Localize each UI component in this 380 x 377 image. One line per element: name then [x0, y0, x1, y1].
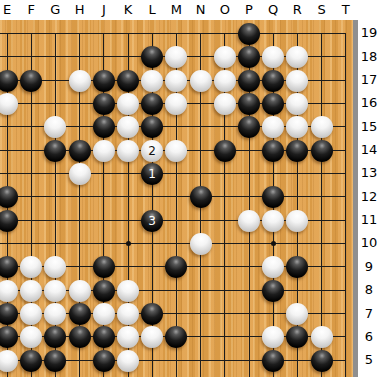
- stone-black-P15[interactable]: [238, 116, 260, 138]
- stone-black-J6[interactable]: [93, 326, 115, 348]
- stone-white-R15[interactable]: [286, 116, 308, 138]
- row-label-15: 15: [358, 119, 380, 134]
- stone-white-K6[interactable]: [117, 326, 139, 348]
- stone-white-Q6[interactable]: [262, 326, 284, 348]
- col-label-R: R: [293, 2, 302, 17]
- col-label-Q: Q: [268, 2, 278, 17]
- col-label-O: O: [220, 2, 230, 17]
- col-label-F: F: [27, 2, 34, 17]
- stone-black-S14[interactable]: [311, 140, 333, 162]
- stone-black-Q17[interactable]: [262, 70, 284, 92]
- stone-white-R11[interactable]: [286, 210, 308, 232]
- stone-black-J9[interactable]: [93, 256, 115, 278]
- stone-white-Q18[interactable]: [262, 46, 284, 68]
- stone-black-J5[interactable]: [93, 350, 115, 372]
- stone-white-J14[interactable]: [93, 140, 115, 162]
- stone-white-M17[interactable]: [165, 70, 187, 92]
- col-label-P: P: [245, 2, 253, 17]
- stone-black-E17[interactable]: [0, 70, 18, 92]
- row-label-8: 8: [358, 282, 380, 297]
- stone-black-N12[interactable]: [190, 186, 212, 208]
- stone-white-M18[interactable]: [165, 46, 187, 68]
- col-label-N: N: [196, 2, 206, 17]
- stone-white-L14[interactable]: 2: [141, 140, 163, 162]
- stone-white-N10[interactable]: [190, 233, 212, 255]
- stone-black-R14[interactable]: [286, 140, 308, 162]
- stone-black-E7[interactable]: [0, 303, 18, 325]
- grid-line-row-19: [0, 33, 346, 34]
- row-label-5: 5: [358, 352, 380, 367]
- stone-white-F8[interactable]: [20, 280, 42, 302]
- star-point-Q10: [271, 241, 276, 246]
- stone-black-G6[interactable]: [44, 326, 66, 348]
- stone-black-P17[interactable]: [238, 70, 260, 92]
- stone-black-S5[interactable]: [311, 350, 333, 372]
- stone-black-H14[interactable]: [69, 140, 91, 162]
- stone-white-E8[interactable]: [0, 280, 18, 302]
- stone-white-Q9[interactable]: [262, 256, 284, 278]
- stone-white-O18[interactable]: [214, 46, 236, 68]
- stone-black-F17[interactable]: [20, 70, 42, 92]
- col-label-J: J: [102, 2, 106, 17]
- grid-line-row-10: [0, 243, 346, 244]
- row-label-16: 16: [358, 95, 380, 110]
- stone-black-L13[interactable]: 1: [141, 163, 163, 185]
- stone-white-S15[interactable]: [311, 116, 333, 138]
- move-number-3: 3: [148, 215, 156, 227]
- stone-black-H6[interactable]: [69, 326, 91, 348]
- stone-white-Q15[interactable]: [262, 116, 284, 138]
- stone-black-R9[interactable]: [286, 256, 308, 278]
- stone-white-E16[interactable]: [0, 93, 18, 115]
- stone-black-G5[interactable]: [44, 350, 66, 372]
- stone-white-O17[interactable]: [214, 70, 236, 92]
- row-label-18: 18: [358, 49, 380, 64]
- star-point-K10: [126, 241, 131, 246]
- stone-white-G8[interactable]: [44, 280, 66, 302]
- stone-white-H8[interactable]: [69, 280, 91, 302]
- col-label-M: M: [171, 2, 182, 17]
- row-label-17: 17: [358, 72, 380, 87]
- stone-white-K15[interactable]: [117, 116, 139, 138]
- row-label-14: 14: [358, 142, 380, 157]
- stone-white-H17[interactable]: [69, 70, 91, 92]
- stone-white-N17[interactable]: [190, 70, 212, 92]
- row-label-7: 7: [358, 306, 380, 321]
- stone-black-K17[interactable]: [117, 70, 139, 92]
- stone-white-J7[interactable]: [93, 303, 115, 325]
- stone-black-M9[interactable]: [165, 256, 187, 278]
- col-label-K: K: [124, 2, 133, 17]
- stone-black-M6[interactable]: [165, 326, 187, 348]
- stone-white-M16[interactable]: [165, 93, 187, 115]
- stone-black-G14[interactable]: [44, 140, 66, 162]
- stone-white-H13[interactable]: [69, 163, 91, 185]
- stone-black-E9[interactable]: [0, 256, 18, 278]
- stone-black-L18[interactable]: [141, 46, 163, 68]
- stone-white-P11[interactable]: [238, 210, 260, 232]
- stone-white-L17[interactable]: [141, 70, 163, 92]
- stone-black-J16[interactable]: [93, 93, 115, 115]
- col-label-G: G: [50, 2, 60, 17]
- stone-white-G15[interactable]: [44, 116, 66, 138]
- stone-black-E11[interactable]: [0, 210, 18, 232]
- stone-black-J17[interactable]: [93, 70, 115, 92]
- stone-black-L7[interactable]: [141, 303, 163, 325]
- row-label-11: 11: [358, 212, 380, 227]
- stone-white-R16[interactable]: [286, 93, 308, 115]
- col-label-L: L: [149, 2, 156, 17]
- stone-black-O14[interactable]: [214, 140, 236, 162]
- grid-line-row-12: [0, 196, 346, 197]
- col-label-E: E: [3, 2, 11, 17]
- stone-black-Q14[interactable]: [262, 140, 284, 162]
- row-label-13: 13: [358, 165, 380, 180]
- row-label-12: 12: [358, 189, 380, 204]
- stone-black-J8[interactable]: [93, 280, 115, 302]
- stone-black-L15[interactable]: [141, 116, 163, 138]
- stone-white-F7[interactable]: [20, 303, 42, 325]
- move-number-1: 1: [148, 168, 156, 180]
- stone-black-Q12[interactable]: [262, 186, 284, 208]
- col-label-S: S: [317, 2, 325, 17]
- stone-white-E5[interactable]: [0, 350, 18, 372]
- grid-line-col-T: [345, 33, 346, 377]
- go-app-screen: 213 EFGHJKLMNOPQRST 19181716151413121110…: [0, 0, 380, 377]
- stone-white-K16[interactable]: [117, 93, 139, 115]
- stone-white-R17[interactable]: [286, 70, 308, 92]
- stone-black-P19[interactable]: [238, 23, 260, 45]
- stone-white-R18[interactable]: [286, 46, 308, 68]
- stone-black-Q16[interactable]: [262, 93, 284, 115]
- row-label-19: 19: [358, 25, 380, 40]
- stone-white-M14[interactable]: [165, 140, 187, 162]
- stone-black-L16[interactable]: [141, 93, 163, 115]
- stone-black-J15[interactable]: [93, 116, 115, 138]
- stone-white-L6[interactable]: [141, 326, 163, 348]
- stone-black-H7[interactable]: [69, 303, 91, 325]
- stone-black-R6[interactable]: [286, 326, 308, 348]
- stone-black-Q8[interactable]: [262, 280, 284, 302]
- col-label-T: T: [342, 2, 350, 17]
- stone-black-E12[interactable]: [0, 186, 18, 208]
- stone-black-P18[interactable]: [238, 46, 260, 68]
- row-label-9: 9: [358, 259, 380, 274]
- grid-line-row-13: [0, 173, 346, 174]
- col-label-H: H: [75, 2, 85, 17]
- go-board[interactable]: 213: [0, 20, 353, 377]
- stone-black-Q5[interactable]: [262, 350, 284, 372]
- stone-white-O16[interactable]: [214, 93, 236, 115]
- stone-white-K14[interactable]: [117, 140, 139, 162]
- stone-black-P16[interactable]: [238, 93, 260, 115]
- stone-white-F6[interactable]: [20, 326, 42, 348]
- stone-black-F5[interactable]: [20, 350, 42, 372]
- stone-black-E6[interactable]: [0, 326, 18, 348]
- stone-white-K7[interactable]: [117, 303, 139, 325]
- stone-white-K8[interactable]: [117, 280, 139, 302]
- row-label-6: 6: [358, 329, 380, 344]
- stone-white-G9[interactable]: [44, 256, 66, 278]
- stone-white-Q11[interactable]: [262, 210, 284, 232]
- stone-white-R7[interactable]: [286, 303, 308, 325]
- stone-white-G7[interactable]: [44, 303, 66, 325]
- stone-white-F9[interactable]: [20, 256, 42, 278]
- stone-white-K5[interactable]: [117, 350, 139, 372]
- stone-black-L11[interactable]: 3: [141, 210, 163, 232]
- move-number-2: 2: [148, 145, 156, 157]
- row-label-10: 10: [358, 235, 380, 250]
- stone-white-S6[interactable]: [311, 326, 333, 348]
